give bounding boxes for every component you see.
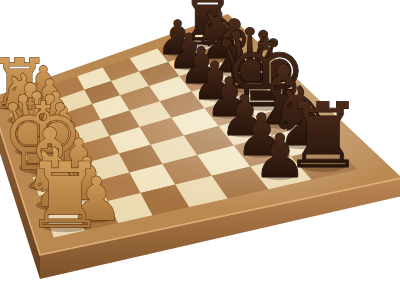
- white-rook[interactable]: ♜: [25, 143, 106, 248]
- black-pawn[interactable]: ♟: [253, 121, 307, 191]
- chessboard-photo: ♜♟♞♟♝♟♛♟♟♚♜♟♟♞♝♟♟♝♟♞♛♟♟♜♚♟♟♝♟♞♟♜: [0, 0, 400, 300]
- chess-board: ♜♟♞♟♝♟♛♟♟♚♜♟♟♞♝♟♟♝♟♞♛♟♟♜♚♟♟♝♟♞♟♜: [0, 0, 400, 300]
